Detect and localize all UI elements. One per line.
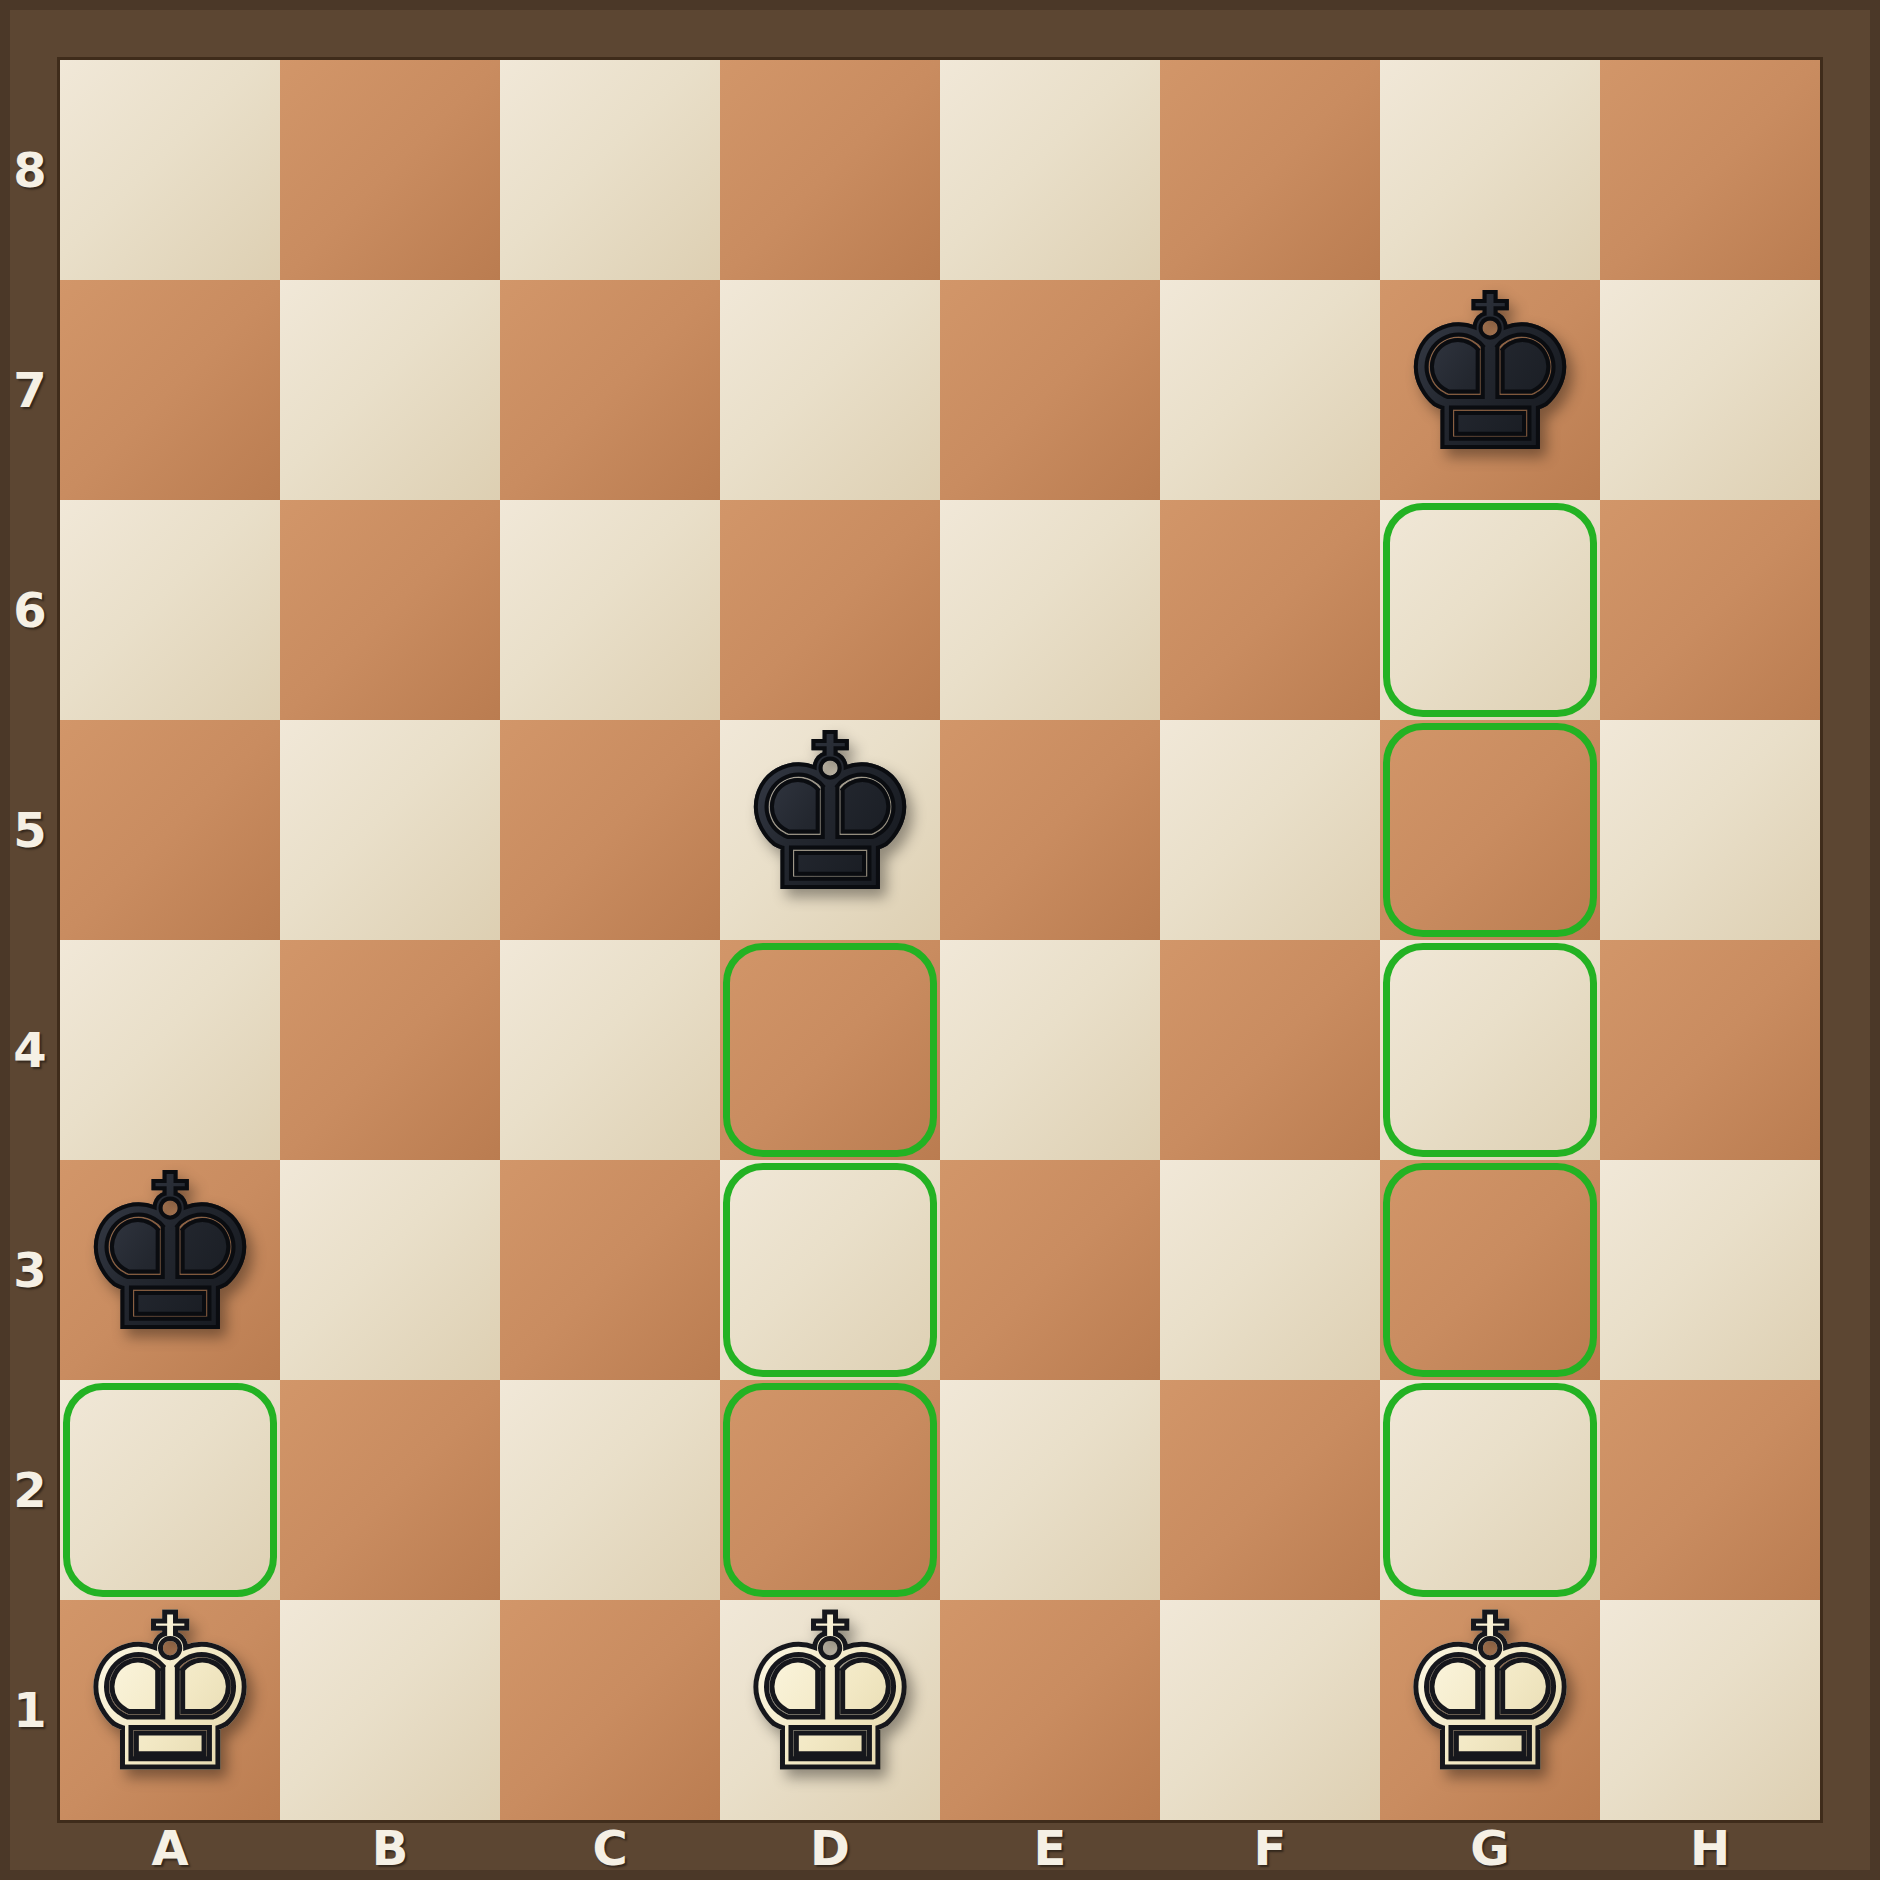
rank-label-5: 5 — [0, 720, 60, 940]
square-h3[interactable] — [1600, 1160, 1820, 1380]
square-g8[interactable] — [1380, 60, 1600, 280]
square-h8[interactable] — [1600, 60, 1820, 280]
file-label-b: B — [280, 1820, 500, 1880]
square-f7[interactable] — [1160, 280, 1380, 500]
file-label-d: D — [720, 1820, 940, 1880]
square-g7[interactable]: ♚ — [1380, 280, 1600, 500]
black-king-a3[interactable]: ♚ — [75, 1144, 265, 1364]
square-c3[interactable] — [500, 1160, 720, 1380]
square-h7[interactable] — [1600, 280, 1820, 500]
square-d8[interactable] — [720, 60, 940, 280]
square-h5[interactable] — [1600, 720, 1820, 940]
square-e3[interactable] — [940, 1160, 1160, 1380]
square-c4[interactable] — [500, 940, 720, 1160]
white-king-d1[interactable]: ♚ — [735, 1584, 925, 1804]
square-c2[interactable] — [500, 1380, 720, 1600]
square-b3[interactable] — [280, 1160, 500, 1380]
square-a6[interactable] — [60, 500, 280, 720]
square-c6[interactable] — [500, 500, 720, 720]
rank-label-1: 1 — [0, 1600, 60, 1820]
square-a1[interactable]: ♚ — [60, 1600, 280, 1820]
highlight-d3 — [723, 1163, 937, 1377]
square-g1[interactable]: ♚ — [1380, 1600, 1600, 1820]
file-label-c: C — [500, 1820, 720, 1880]
rank-label-3: 3 — [0, 1160, 60, 1380]
highlight-d4 — [723, 943, 937, 1157]
square-b8[interactable] — [280, 60, 500, 280]
square-e5[interactable] — [940, 720, 1160, 940]
square-d7[interactable] — [720, 280, 940, 500]
square-b6[interactable] — [280, 500, 500, 720]
square-h6[interactable] — [1600, 500, 1820, 720]
square-h2[interactable] — [1600, 1380, 1820, 1600]
highlight-g6 — [1383, 503, 1597, 717]
square-g3[interactable] — [1380, 1160, 1600, 1380]
square-g4[interactable] — [1380, 940, 1600, 1160]
file-label-g: G — [1380, 1820, 1600, 1880]
square-h4[interactable] — [1600, 940, 1820, 1160]
square-b5[interactable] — [280, 720, 500, 940]
square-a7[interactable] — [60, 280, 280, 500]
square-c7[interactable] — [500, 280, 720, 500]
black-king-d5[interactable]: ♚ — [735, 704, 925, 924]
square-e8[interactable] — [940, 60, 1160, 280]
square-a3[interactable]: ♚ — [60, 1160, 280, 1380]
square-d4[interactable] — [720, 940, 940, 1160]
highlight-g5 — [1383, 723, 1597, 937]
square-a4[interactable] — [60, 940, 280, 1160]
file-label-a: A — [60, 1820, 280, 1880]
square-f8[interactable] — [1160, 60, 1380, 280]
white-king-g1[interactable]: ♚ — [1395, 1584, 1585, 1804]
highlight-g3 — [1383, 1163, 1597, 1377]
square-e1[interactable] — [940, 1600, 1160, 1820]
square-b4[interactable] — [280, 940, 500, 1160]
square-f2[interactable] — [1160, 1380, 1380, 1600]
square-e2[interactable] — [940, 1380, 1160, 1600]
square-d3[interactable] — [720, 1160, 940, 1380]
square-d2[interactable] — [720, 1380, 940, 1600]
square-c8[interactable] — [500, 60, 720, 280]
square-g2[interactable] — [1380, 1380, 1600, 1600]
highlight-d2 — [723, 1383, 937, 1597]
square-a5[interactable] — [60, 720, 280, 940]
file-label-f: F — [1160, 1820, 1380, 1880]
square-d6[interactable] — [720, 500, 940, 720]
square-f4[interactable] — [1160, 940, 1380, 1160]
square-d5[interactable]: ♚ — [720, 720, 940, 940]
square-a8[interactable] — [60, 60, 280, 280]
square-g6[interactable] — [1380, 500, 1600, 720]
square-f5[interactable] — [1160, 720, 1380, 940]
square-c5[interactable] — [500, 720, 720, 940]
square-h1[interactable] — [1600, 1600, 1820, 1820]
file-label-h: H — [1600, 1820, 1820, 1880]
square-b7[interactable] — [280, 280, 500, 500]
rank-label-4: 4 — [0, 940, 60, 1160]
chess-board: ♚♚♚♚♚♚ — [60, 60, 1820, 1820]
square-c1[interactable] — [500, 1600, 720, 1820]
square-e4[interactable] — [940, 940, 1160, 1160]
square-e7[interactable] — [940, 280, 1160, 500]
highlight-g2 — [1383, 1383, 1597, 1597]
square-f6[interactable] — [1160, 500, 1380, 720]
square-b1[interactable] — [280, 1600, 500, 1820]
white-king-a1[interactable]: ♚ — [75, 1584, 265, 1804]
square-a2[interactable] — [60, 1380, 280, 1600]
rank-label-7: 7 — [0, 280, 60, 500]
square-f3[interactable] — [1160, 1160, 1380, 1380]
rank-label-8: 8 — [0, 60, 60, 280]
file-label-e: E — [940, 1820, 1160, 1880]
black-king-g7[interactable]: ♚ — [1395, 264, 1585, 484]
rank-label-2: 2 — [0, 1380, 60, 1600]
square-b2[interactable] — [280, 1380, 500, 1600]
rank-label-6: 6 — [0, 500, 60, 720]
square-d1[interactable]: ♚ — [720, 1600, 940, 1820]
highlight-g4 — [1383, 943, 1597, 1157]
highlight-a2 — [63, 1383, 277, 1597]
square-e6[interactable] — [940, 500, 1160, 720]
board-frame: ♚♚♚♚♚♚ 87654321 ABCDEFGH — [0, 0, 1880, 1880]
square-g5[interactable] — [1380, 720, 1600, 940]
square-f1[interactable] — [1160, 1600, 1380, 1820]
